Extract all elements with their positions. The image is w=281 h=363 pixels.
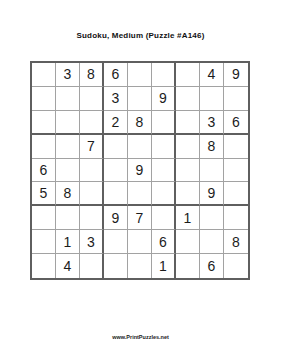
cell-r4c2 (56, 135, 80, 159)
cell-r9c1 (32, 254, 56, 278)
cell-r4c7 (176, 135, 200, 159)
cell-r1c5 (128, 63, 152, 87)
cell-r8c3: 3 (80, 230, 104, 254)
cell-r6c9 (224, 182, 248, 206)
cell-r8c4 (104, 230, 128, 254)
puzzle-title: Sudoku, Medium (Puzzle #A146) (0, 31, 281, 40)
cell-r3c5: 8 (128, 111, 152, 135)
cell-r4c1 (32, 135, 56, 159)
cell-r2c6: 9 (152, 87, 176, 111)
cell-r5c2 (56, 159, 80, 183)
cell-r9c4 (104, 254, 128, 278)
cell-r3c9: 6 (224, 111, 248, 135)
cell-r9c3 (80, 254, 104, 278)
cell-r6c7 (176, 182, 200, 206)
cell-r9c9 (224, 254, 248, 278)
cell-r8c9: 8 (224, 230, 248, 254)
cell-r9c6: 1 (152, 254, 176, 278)
cell-r7c5: 7 (128, 206, 152, 230)
cell-r7c4: 9 (104, 206, 128, 230)
cell-r9c5 (128, 254, 152, 278)
cell-r3c2 (56, 111, 80, 135)
cell-r8c2: 1 (56, 230, 80, 254)
cell-r1c1 (32, 63, 56, 87)
cell-r4c4 (104, 135, 128, 159)
cell-r4c9 (224, 135, 248, 159)
cell-r9c7 (176, 254, 200, 278)
cell-r1c7 (176, 63, 200, 87)
cell-r3c8: 3 (200, 111, 224, 135)
cell-r5c3 (80, 159, 104, 183)
cell-r1c4: 6 (104, 63, 128, 87)
cell-r9c2: 4 (56, 254, 80, 278)
cell-r7c3 (80, 206, 104, 230)
cell-r6c2: 8 (56, 182, 80, 206)
cell-r8c6: 6 (152, 230, 176, 254)
cell-r2c3 (80, 87, 104, 111)
cell-r3c7 (176, 111, 200, 135)
cell-r8c7 (176, 230, 200, 254)
cell-r1c6 (152, 63, 176, 87)
cell-r6c3 (80, 182, 104, 206)
cell-r5c9 (224, 159, 248, 183)
cell-r8c1 (32, 230, 56, 254)
cell-r3c1 (32, 111, 56, 135)
cell-r1c9: 9 (224, 63, 248, 87)
cell-r2c7 (176, 87, 200, 111)
cell-r7c7: 1 (176, 206, 200, 230)
footer-url: www.PrintPuzzles.net (0, 334, 281, 340)
cell-r4c5 (128, 135, 152, 159)
cell-r4c3: 7 (80, 135, 104, 159)
cell-r6c5 (128, 182, 152, 206)
print-page: Sudoku, Medium (Puzzle #A146) 3864939283… (0, 0, 281, 363)
cell-r2c5 (128, 87, 152, 111)
cell-r4c6 (152, 135, 176, 159)
cell-r8c5 (128, 230, 152, 254)
cell-r6c1: 5 (32, 182, 56, 206)
cell-r6c8: 9 (200, 182, 224, 206)
cell-r2c2 (56, 87, 80, 111)
cell-r7c1 (32, 206, 56, 230)
cell-r5c4 (104, 159, 128, 183)
cell-r1c2: 3 (56, 63, 80, 87)
cell-r3c3 (80, 111, 104, 135)
cell-r5c5: 9 (128, 159, 152, 183)
cell-r1c3: 8 (80, 63, 104, 87)
cell-r7c6 (152, 206, 176, 230)
cell-r2c9 (224, 87, 248, 111)
cell-r6c4 (104, 182, 128, 206)
cell-r3c4: 2 (104, 111, 128, 135)
cell-r7c8 (200, 206, 224, 230)
cell-r7c9 (224, 206, 248, 230)
cell-r2c8 (200, 87, 224, 111)
cell-r1c8: 4 (200, 63, 224, 87)
cell-r8c8 (200, 230, 224, 254)
cell-r5c1: 6 (32, 159, 56, 183)
cell-r7c2 (56, 206, 80, 230)
cell-r3c6 (152, 111, 176, 135)
cell-r5c8 (200, 159, 224, 183)
cell-r2c1 (32, 87, 56, 111)
cell-r5c7 (176, 159, 200, 183)
sudoku-grid: 3864939283678695899711368416 (30, 61, 250, 280)
cell-r9c8: 6 (200, 254, 224, 278)
cell-r4c8: 8 (200, 135, 224, 159)
cell-r5c6 (152, 159, 176, 183)
cell-r6c6 (152, 182, 176, 206)
cell-r2c4: 3 (104, 87, 128, 111)
